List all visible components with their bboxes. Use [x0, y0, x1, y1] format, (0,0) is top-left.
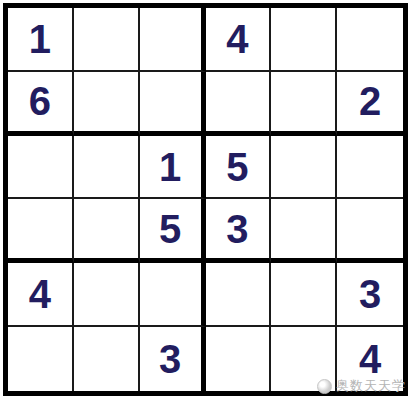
cell-r1c2[interactable] — [74, 8, 140, 72]
cell-r3c6[interactable] — [337, 136, 403, 200]
cell-r2c3[interactable] — [140, 72, 206, 136]
cell-r3c2[interactable] — [74, 136, 140, 200]
cell-r1c5[interactable] — [271, 8, 337, 72]
cell-r2c5[interactable] — [271, 72, 337, 136]
cell-r3c4[interactable]: 5 — [206, 136, 272, 200]
cell-r2c2[interactable] — [74, 72, 140, 136]
cell-r2c6[interactable]: 2 — [337, 72, 403, 136]
watermark-logo-icon — [317, 379, 332, 394]
cell-r3c1[interactable] — [8, 136, 74, 200]
cell-r6c3[interactable]: 3 — [140, 327, 206, 391]
cell-r4c6[interactable] — [337, 199, 403, 263]
cell-r4c5[interactable] — [271, 199, 337, 263]
cell-r5c2[interactable] — [74, 263, 140, 327]
cell-r3c3[interactable]: 1 — [140, 136, 206, 200]
cell-r5c1[interactable]: 4 — [8, 263, 74, 327]
cell-r5c6[interactable]: 3 — [337, 263, 403, 327]
cell-r4c4[interactable]: 3 — [206, 199, 272, 263]
cell-r4c1[interactable] — [8, 199, 74, 263]
cell-r6c4[interactable] — [206, 327, 272, 391]
cell-r4c3[interactable]: 5 — [140, 199, 206, 263]
cell-r2c1[interactable]: 6 — [8, 72, 74, 136]
cell-r1c4[interactable]: 4 — [206, 8, 272, 72]
sudoku-grid: 146215534334 — [3, 3, 408, 396]
cell-r2c4[interactable] — [206, 72, 272, 136]
cell-r1c1[interactable]: 1 — [8, 8, 74, 72]
cell-r1c6[interactable] — [337, 8, 403, 72]
cell-r6c1[interactable] — [8, 327, 74, 391]
cell-r5c3[interactable] — [140, 263, 206, 327]
watermark: 奥数天天学 — [317, 377, 406, 395]
cell-r4c2[interactable] — [74, 199, 140, 263]
cell-r6c2[interactable] — [74, 327, 140, 391]
cell-r5c4[interactable] — [206, 263, 272, 327]
cell-r5c5[interactable] — [271, 263, 337, 327]
cell-r3c5[interactable] — [271, 136, 337, 200]
cell-r1c3[interactable] — [140, 8, 206, 72]
sudoku-puzzle: 146215534334 奥数天天学 — [0, 0, 411, 402]
watermark-text: 奥数天天学 — [336, 377, 406, 395]
